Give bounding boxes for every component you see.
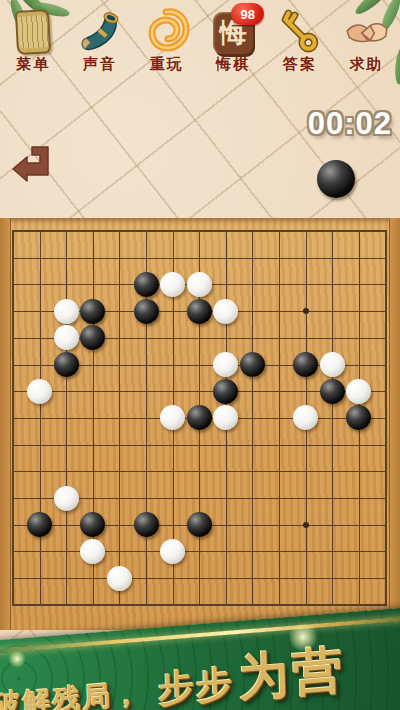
stone-black — [187, 299, 212, 324]
toolbar-item-sound[interactable]: 声音 — [69, 4, 131, 74]
horn-icon — [69, 4, 131, 54]
stone-white — [160, 539, 185, 564]
toolbar-item-label: 菜单 — [2, 55, 64, 74]
banner-text-part2: 步步 — [157, 659, 234, 710]
banner-text: 破解残局， 步步 为营 — [0, 628, 400, 710]
stone-white — [346, 379, 371, 404]
return-arrow-icon — [12, 142, 52, 188]
stone-white — [160, 272, 185, 297]
banner-text-part1: 破解残局， — [0, 675, 143, 710]
stone-black — [134, 299, 159, 324]
go-board[interactable] — [0, 218, 400, 630]
stone-black — [320, 379, 345, 404]
toolbar-item-replay[interactable]: 重玩 — [136, 4, 198, 74]
grid-line — [13, 471, 386, 472]
toolbar-item-answer[interactable]: 答案 — [269, 4, 331, 74]
toolbar-item-label: 悔棋 — [202, 55, 264, 74]
stone-white — [107, 566, 132, 591]
stone-black — [240, 352, 265, 377]
stone-black — [293, 352, 318, 377]
hui-character-icon: 悔 98 — [202, 4, 264, 54]
toolbar-item-label: 声音 — [69, 55, 131, 74]
toolbar-item-undo[interactable]: 悔 98 悔棋 — [202, 4, 264, 74]
grid-line — [13, 551, 386, 552]
stone-white — [320, 352, 345, 377]
stone-black — [54, 352, 79, 377]
key-icon — [269, 4, 331, 54]
back-button[interactable] — [12, 142, 52, 188]
stone-black — [134, 512, 159, 537]
stone-black — [134, 272, 159, 297]
toolbar-item-label: 求助 — [336, 55, 398, 74]
stone-black — [213, 379, 238, 404]
stone-white — [54, 325, 79, 350]
undo-count-badge: 98 — [231, 3, 264, 25]
stone-white — [27, 379, 52, 404]
stone-black — [80, 299, 105, 324]
toolbar-item-menu[interactable]: 菜单 — [2, 4, 64, 74]
stone-white — [54, 486, 79, 511]
stone-white — [54, 299, 79, 324]
scroll-icon — [2, 4, 64, 54]
go-endgame-app: 菜单 声音 重玩 — [0, 0, 400, 710]
game-timer: 00:02 — [308, 106, 392, 142]
toolbar: 菜单 声音 重玩 — [0, 4, 400, 74]
stone-black — [187, 512, 212, 537]
board-grid[interactable] — [13, 231, 386, 605]
star-point — [303, 522, 309, 528]
grid-line — [332, 231, 333, 605]
toolbar-item-help[interactable]: 求助 — [336, 4, 398, 74]
toolbar-item-label: 答案 — [269, 55, 331, 74]
banner-text-part3: 为营 — [238, 636, 348, 710]
board-left-edge — [0, 218, 11, 630]
stone-white — [187, 272, 212, 297]
star-point — [303, 308, 309, 314]
grid-line — [279, 231, 280, 605]
handshake-icon — [336, 4, 398, 54]
grid-line — [252, 231, 253, 605]
stone-white — [213, 299, 238, 324]
board-right-edge — [389, 218, 400, 630]
toolbar-item-label: 重玩 — [136, 55, 198, 74]
grid-line — [13, 445, 386, 446]
grid-line — [13, 578, 386, 579]
turn-indicator-black-stone — [317, 160, 355, 198]
stone-black — [187, 405, 212, 430]
swirl-icon — [136, 4, 198, 54]
